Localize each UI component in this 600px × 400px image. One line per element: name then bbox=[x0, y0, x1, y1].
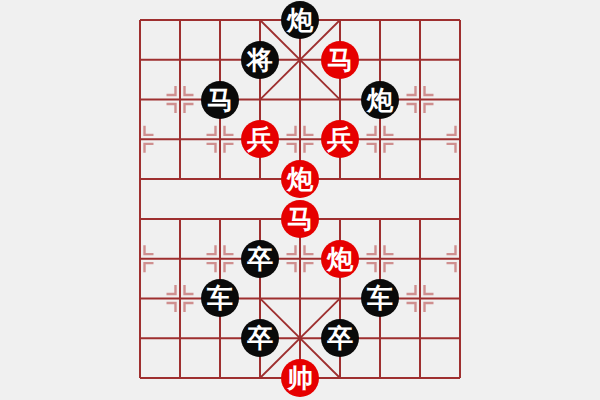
piece-black-soldier[interactable]: 卒 bbox=[241, 319, 279, 357]
piece-black-soldier[interactable]: 卒 bbox=[321, 319, 359, 357]
pieces-layer: 炮将马马炮兵兵炮马卒炮车车卒卒帅 bbox=[120, 0, 480, 398]
piece-black-soldier[interactable]: 卒 bbox=[241, 240, 279, 278]
piece-black-horse[interactable]: 马 bbox=[201, 81, 239, 119]
piece-black-general[interactable]: 将 bbox=[241, 41, 279, 79]
piece-black-chariot[interactable]: 车 bbox=[361, 279, 399, 317]
screenshot-root: 炮将马马炮兵兵炮马卒炮车车卒卒帅 bbox=[0, 0, 600, 400]
piece-black-cannon[interactable]: 炮 bbox=[361, 81, 399, 119]
piece-red-horse[interactable]: 马 bbox=[281, 200, 319, 238]
piece-red-cannon[interactable]: 炮 bbox=[281, 160, 319, 198]
piece-red-horse[interactable]: 马 bbox=[321, 41, 359, 79]
piece-red-general[interactable]: 帅 bbox=[281, 359, 319, 397]
xiangqi-board[interactable]: 炮将马马炮兵兵炮马卒炮车车卒卒帅 bbox=[140, 20, 460, 378]
piece-black-cannon[interactable]: 炮 bbox=[281, 1, 319, 39]
piece-red-soldier[interactable]: 兵 bbox=[241, 120, 279, 158]
piece-red-cannon[interactable]: 炮 bbox=[321, 240, 359, 278]
piece-black-chariot[interactable]: 车 bbox=[201, 279, 239, 317]
piece-red-soldier[interactable]: 兵 bbox=[321, 120, 359, 158]
